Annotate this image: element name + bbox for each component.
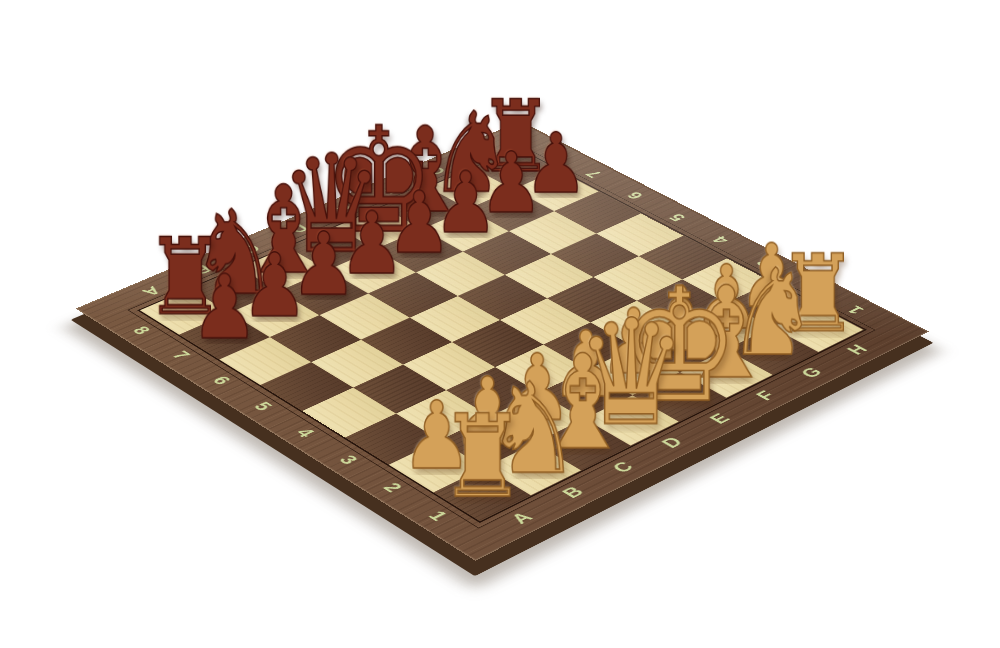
scene: ABCDEFGH ABCDEFGH 12345678 12345678 ♜♞♝♛… xyxy=(0,0,1000,648)
chess-board: ABCDEFGH ABCDEFGH 12345678 12345678 ♜♞♝♛… xyxy=(76,121,929,561)
board-surface: ABCDEFGH ABCDEFGH 12345678 12345678 ♜♞♝♛… xyxy=(76,121,929,561)
rank-labels-left-7: 7 xyxy=(168,349,193,362)
board-grid: ♜♞♝♛♚♝♞♜♟♟♟♟♟♟♟♟♟♟♟♟♟♟♟♟♜♞♝♛♚♝♞♜ xyxy=(140,149,863,521)
rank-labels-right-6: 6 xyxy=(624,190,647,201)
rank-labels-right-5: 5 xyxy=(666,212,689,223)
rank-labels-left-5: 5 xyxy=(250,400,276,413)
rank-labels-left-4: 4 xyxy=(292,426,318,439)
rank-labels-left-1: 1 xyxy=(424,509,451,523)
file-labels-bottom-a: A xyxy=(508,510,537,526)
rank-labels-left-6: 6 xyxy=(208,374,234,387)
